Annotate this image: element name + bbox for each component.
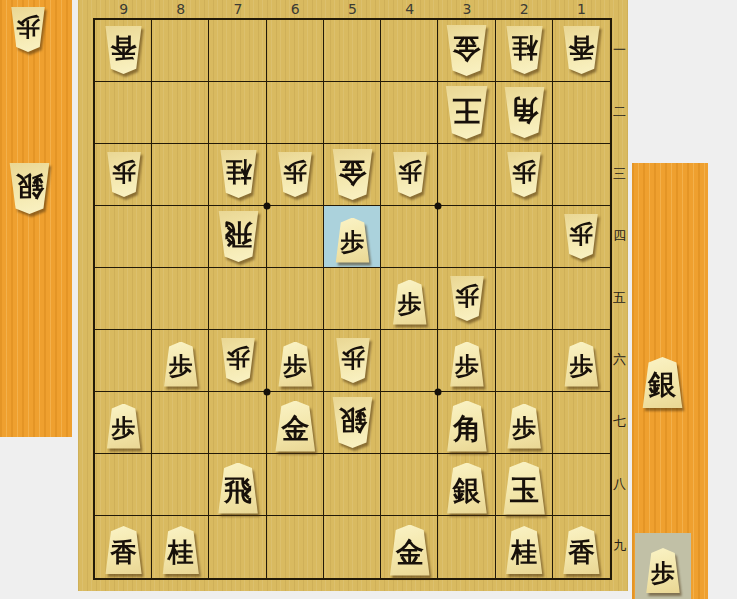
piece-sente-pawn[interactable]: 歩 bbox=[391, 280, 429, 325]
piece-sente-pawn[interactable]: 歩 bbox=[105, 404, 143, 449]
piece-kanji: 歩 bbox=[283, 350, 307, 382]
rank-label-4: 四 bbox=[610, 227, 629, 245]
piece-sente-pawn[interactable]: 歩 bbox=[276, 342, 314, 387]
board-cell-7-1[interactable] bbox=[209, 20, 266, 82]
star-point bbox=[435, 389, 442, 396]
rank-label-2: 二 bbox=[610, 103, 629, 121]
file-label-2: 2 bbox=[520, 1, 529, 17]
board-cell-3-3[interactable] bbox=[438, 144, 495, 206]
board-cell-5-9[interactable] bbox=[324, 516, 381, 578]
board-cell-1-7[interactable] bbox=[553, 392, 610, 454]
piece-kanji: 歩 bbox=[112, 412, 136, 444]
board-cell-4-4[interactable] bbox=[381, 206, 438, 268]
piece-kanji: 歩 bbox=[341, 342, 365, 374]
piece-sente-pawn[interactable]: 歩 bbox=[562, 342, 600, 387]
piece-kanji: 歩 bbox=[512, 412, 536, 444]
piece-kanji: 歩 bbox=[169, 350, 193, 382]
piece-kanji: 歩 bbox=[341, 226, 365, 258]
piece-gote-lance[interactable]: 香 bbox=[561, 26, 602, 74]
piece-kanji: 銀 bbox=[649, 366, 677, 404]
star-point bbox=[263, 203, 270, 210]
piece-kanji: 金 bbox=[339, 152, 367, 190]
board-cell-4-8[interactable] bbox=[381, 454, 438, 516]
piece-gote-pawn[interactable]: 歩 bbox=[105, 152, 143, 197]
board-cell-8-8[interactable] bbox=[152, 454, 209, 516]
board-cell-6-8[interactable] bbox=[267, 454, 324, 516]
board-cell-9-6[interactable] bbox=[95, 330, 152, 392]
piece-kanji: 香 bbox=[568, 30, 594, 65]
piece-sente-knight[interactable]: 桂 bbox=[160, 526, 201, 574]
piece-kanji: 桂 bbox=[225, 154, 251, 189]
file-label-4: 4 bbox=[405, 1, 414, 17]
piece-gote-gold[interactable]: 金 bbox=[330, 149, 375, 200]
board-cell-6-5[interactable] bbox=[267, 268, 324, 330]
file-label-6: 6 bbox=[291, 1, 300, 17]
board-cell-5-1[interactable] bbox=[324, 20, 381, 82]
piece-kanji: 玉 bbox=[510, 471, 539, 511]
piece-kanji: 歩 bbox=[283, 156, 307, 188]
piece-gote-knight[interactable]: 桂 bbox=[218, 150, 259, 198]
piece-gote-gold[interactable]: 金 bbox=[444, 25, 489, 76]
board-cell-9-2[interactable] bbox=[95, 82, 152, 144]
board-cell-7-5[interactable] bbox=[209, 268, 266, 330]
board-cell-5-8[interactable] bbox=[324, 454, 381, 516]
board-cell-2-6[interactable] bbox=[496, 330, 553, 392]
piece-kanji: 歩 bbox=[16, 11, 40, 43]
board-cell-3-9[interactable] bbox=[438, 516, 495, 578]
piece-kanji: 飛 bbox=[224, 214, 252, 252]
piece-kanji: 金 bbox=[281, 410, 309, 448]
rank-label-9: 九 bbox=[610, 537, 629, 555]
piece-gote-pawn[interactable]: 歩 bbox=[334, 338, 372, 383]
star-point bbox=[263, 389, 270, 396]
file-label-7: 7 bbox=[234, 1, 243, 17]
piece-kanji: 歩 bbox=[398, 156, 422, 188]
piece-sente-knight[interactable]: 桂 bbox=[504, 526, 545, 574]
piece-sente-pawn[interactable]: 歩 bbox=[644, 548, 682, 593]
piece-kanji: 銀 bbox=[453, 472, 481, 510]
piece-kanji: 香 bbox=[568, 535, 594, 570]
piece-kanji: 歩 bbox=[569, 218, 593, 250]
piece-gote-bishop[interactable]: 角 bbox=[502, 87, 547, 138]
gote-komadai: 歩銀 bbox=[0, 0, 72, 437]
piece-sente-pawn[interactable]: 歩 bbox=[162, 342, 200, 387]
piece-kanji: 王 bbox=[452, 89, 481, 129]
piece-sente-rook[interactable]: 飛 bbox=[216, 463, 261, 514]
file-label-5: 5 bbox=[348, 1, 357, 17]
piece-kanji: 歩 bbox=[455, 350, 479, 382]
piece-kanji: 歩 bbox=[651, 557, 675, 589]
piece-sente-king[interactable]: 玉 bbox=[501, 462, 548, 515]
board-cell-9-4[interactable] bbox=[95, 206, 152, 268]
piece-sente-silver[interactable]: 銀 bbox=[444, 463, 489, 514]
piece-gote-silver[interactable]: 銀 bbox=[7, 163, 52, 214]
board-cell-2-4[interactable] bbox=[496, 206, 553, 268]
piece-kanji: 桂 bbox=[168, 535, 194, 570]
piece-kanji: 銀 bbox=[339, 400, 367, 438]
piece-gote-pawn[interactable]: 歩 bbox=[505, 152, 543, 197]
piece-gote-king[interactable]: 王 bbox=[443, 86, 490, 139]
board-cell-1-5[interactable] bbox=[553, 268, 610, 330]
piece-gote-pawn[interactable]: 歩 bbox=[448, 276, 486, 321]
piece-kanji: 歩 bbox=[455, 280, 479, 312]
board-cell-6-1[interactable] bbox=[267, 20, 324, 82]
sente-komadai: 銀歩 bbox=[632, 163, 708, 599]
piece-kanji: 桂 bbox=[511, 30, 537, 65]
piece-sente-gold[interactable]: 金 bbox=[273, 401, 318, 452]
board-cell-6-4[interactable] bbox=[267, 206, 324, 268]
piece-kanji: 香 bbox=[111, 535, 137, 570]
file-label-9: 9 bbox=[119, 1, 128, 17]
rank-label-8: 八 bbox=[610, 475, 629, 493]
rank-label-3: 三 bbox=[610, 165, 629, 183]
piece-sente-bishop[interactable]: 角 bbox=[444, 401, 489, 452]
piece-sente-gold[interactable]: 金 bbox=[387, 525, 432, 576]
piece-kanji: 銀 bbox=[16, 167, 44, 205]
piece-kanji: 歩 bbox=[512, 156, 536, 188]
board-cell-4-2[interactable] bbox=[381, 82, 438, 144]
piece-kanji: 金 bbox=[453, 28, 481, 66]
piece-kanji: 歩 bbox=[112, 156, 136, 188]
piece-gote-lance[interactable]: 香 bbox=[103, 26, 144, 74]
board-cell-8-4[interactable] bbox=[152, 206, 209, 268]
piece-kanji: 飛 bbox=[224, 472, 252, 510]
piece-kanji: 歩 bbox=[226, 342, 250, 374]
piece-gote-pawn[interactable]: 歩 bbox=[219, 338, 257, 383]
board-cell-5-5[interactable] bbox=[324, 268, 381, 330]
piece-kanji: 香 bbox=[111, 30, 137, 65]
board-cell-7-7[interactable] bbox=[209, 392, 266, 454]
piece-sente-silver[interactable]: 銀 bbox=[640, 357, 685, 408]
board-cell-4-6[interactable] bbox=[381, 330, 438, 392]
board-cell-4-7[interactable] bbox=[381, 392, 438, 454]
piece-sente-pawn[interactable]: 歩 bbox=[334, 218, 372, 263]
board-cell-1-2[interactable] bbox=[553, 82, 610, 144]
piece-gote-knight[interactable]: 桂 bbox=[504, 26, 545, 74]
board-cell-8-2[interactable] bbox=[152, 82, 209, 144]
piece-gote-rook[interactable]: 飛 bbox=[216, 211, 261, 262]
piece-sente-lance[interactable]: 香 bbox=[561, 526, 602, 574]
board-cell-9-8[interactable] bbox=[95, 454, 152, 516]
rank-label-6: 六 bbox=[610, 351, 629, 369]
star-point bbox=[435, 203, 442, 210]
piece-gote-pawn[interactable]: 歩 bbox=[276, 152, 314, 197]
board-cell-6-9[interactable] bbox=[267, 516, 324, 578]
board-cell-1-3[interactable] bbox=[553, 144, 610, 206]
board-cell-7-2[interactable] bbox=[209, 82, 266, 144]
file-label-1: 1 bbox=[577, 1, 586, 17]
file-label-8: 8 bbox=[176, 1, 185, 17]
board-cell-8-3[interactable] bbox=[152, 144, 209, 206]
board-cell-8-7[interactable] bbox=[152, 392, 209, 454]
piece-kanji: 歩 bbox=[398, 288, 422, 320]
piece-kanji: 金 bbox=[396, 534, 424, 572]
board-cell-9-5[interactable] bbox=[95, 268, 152, 330]
rank-label-7: 七 bbox=[610, 413, 629, 431]
piece-kanji: 桂 bbox=[511, 535, 537, 570]
piece-kanji: 歩 bbox=[569, 350, 593, 382]
board-cell-6-2[interactable] bbox=[267, 82, 324, 144]
file-label-3: 3 bbox=[462, 1, 471, 17]
piece-sente-pawn[interactable]: 歩 bbox=[448, 342, 486, 387]
piece-kanji: 角 bbox=[510, 90, 538, 128]
piece-kanji: 角 bbox=[453, 410, 481, 448]
board-cell-5-2[interactable] bbox=[324, 82, 381, 144]
board-cell-8-1[interactable] bbox=[152, 20, 209, 82]
rank-label-1: 一 bbox=[610, 41, 629, 59]
board-cell-4-1[interactable] bbox=[381, 20, 438, 82]
board-cell-3-4[interactable] bbox=[438, 206, 495, 268]
piece-gote-pawn[interactable]: 歩 bbox=[562, 214, 600, 259]
board-cell-2-5[interactable] bbox=[496, 268, 553, 330]
board-cell-7-9[interactable] bbox=[209, 516, 266, 578]
board-cell-8-5[interactable] bbox=[152, 268, 209, 330]
piece-gote-pawn[interactable]: 歩 bbox=[9, 7, 47, 52]
rank-label-5: 五 bbox=[610, 289, 629, 307]
board-cell-1-8[interactable] bbox=[553, 454, 610, 516]
piece-gote-pawn[interactable]: 歩 bbox=[391, 152, 429, 197]
piece-gote-silver[interactable]: 銀 bbox=[330, 397, 375, 448]
piece-sente-lance[interactable]: 香 bbox=[103, 526, 144, 574]
piece-sente-pawn[interactable]: 歩 bbox=[505, 404, 543, 449]
